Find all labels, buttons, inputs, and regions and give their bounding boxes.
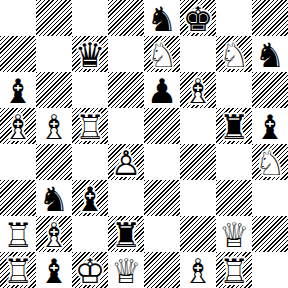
piece-black-bishop: ♝ bbox=[252, 108, 288, 144]
piece-white-queen: ♕ bbox=[108, 252, 144, 288]
square-d2[interactable]: ♜♜ bbox=[108, 216, 144, 252]
piece-black-knight: ♞ bbox=[144, 0, 180, 36]
square-f6[interactable]: ♝♗ bbox=[180, 72, 216, 108]
square-g2[interactable]: ♛♕ bbox=[216, 216, 252, 252]
square-a8[interactable] bbox=[0, 0, 36, 36]
square-c1[interactable]: ♚♔ bbox=[72, 252, 108, 288]
piece-white-bishop: ♗ bbox=[36, 108, 72, 144]
piece-white-rook: ♖ bbox=[216, 252, 252, 288]
square-g7[interactable]: ♞♘ bbox=[216, 36, 252, 72]
square-e8[interactable]: ♞♞ bbox=[144, 0, 180, 36]
square-e6[interactable]: ♟♟ bbox=[144, 72, 180, 108]
square-e3[interactable] bbox=[144, 180, 180, 216]
square-h5[interactable]: ♝♝ bbox=[252, 108, 288, 144]
square-b2[interactable]: ♝♗ bbox=[36, 216, 72, 252]
square-d4[interactable]: ♟♙ bbox=[108, 144, 144, 180]
piece-white-rook: ♖ bbox=[72, 108, 108, 144]
piece-white-knight: ♘ bbox=[252, 144, 288, 180]
square-c4[interactable] bbox=[72, 144, 108, 180]
piece-black-knight: ♞ bbox=[252, 36, 288, 72]
square-b8[interactable] bbox=[36, 0, 72, 36]
piece-black-rook: ♜ bbox=[108, 216, 144, 252]
square-h4[interactable]: ♞♘ bbox=[252, 144, 288, 180]
square-a4[interactable] bbox=[0, 144, 36, 180]
square-g3[interactable] bbox=[216, 180, 252, 216]
square-c2[interactable] bbox=[72, 216, 108, 252]
square-a7[interactable] bbox=[0, 36, 36, 72]
square-h2[interactable] bbox=[252, 216, 288, 252]
piece-white-bishop: ♗ bbox=[180, 252, 216, 288]
square-g4[interactable] bbox=[216, 144, 252, 180]
square-c3[interactable]: ♝♝ bbox=[72, 180, 108, 216]
square-g8[interactable] bbox=[216, 0, 252, 36]
square-h3[interactable] bbox=[252, 180, 288, 216]
piece-white-pawn: ♙ bbox=[108, 144, 144, 180]
piece-white-bishop: ♗ bbox=[36, 216, 72, 252]
piece-white-rook: ♖ bbox=[0, 252, 36, 288]
square-e7[interactable]: ♞♘ bbox=[144, 36, 180, 72]
square-d8[interactable] bbox=[108, 0, 144, 36]
square-b3[interactable]: ♞♞ bbox=[36, 180, 72, 216]
piece-black-queen: ♛ bbox=[72, 36, 108, 72]
piece-black-rook: ♜ bbox=[216, 108, 252, 144]
square-c8[interactable] bbox=[72, 0, 108, 36]
square-g6[interactable] bbox=[216, 72, 252, 108]
square-d5[interactable] bbox=[108, 108, 144, 144]
square-a6[interactable]: ♝♝ bbox=[0, 72, 36, 108]
piece-white-king: ♔ bbox=[72, 252, 108, 288]
square-b4[interactable] bbox=[36, 144, 72, 180]
square-h8[interactable] bbox=[252, 0, 288, 36]
square-f8[interactable]: ♚♚ bbox=[180, 0, 216, 36]
square-a2[interactable]: ♜♖ bbox=[0, 216, 36, 252]
square-b5[interactable]: ♝♗ bbox=[36, 108, 72, 144]
piece-white-queen: ♕ bbox=[216, 216, 252, 252]
square-a3[interactable] bbox=[0, 180, 36, 216]
square-c7[interactable]: ♛♛ bbox=[72, 36, 108, 72]
piece-black-bishop: ♝ bbox=[0, 72, 36, 108]
piece-black-king: ♚ bbox=[180, 0, 216, 36]
square-f4[interactable] bbox=[180, 144, 216, 180]
square-e5[interactable] bbox=[144, 108, 180, 144]
square-h7[interactable]: ♞♞ bbox=[252, 36, 288, 72]
piece-white-bishop: ♗ bbox=[180, 72, 216, 108]
piece-white-knight: ♘ bbox=[144, 36, 180, 72]
piece-black-knight: ♞ bbox=[36, 180, 72, 216]
square-h1[interactable] bbox=[252, 252, 288, 288]
square-c5[interactable]: ♜♖ bbox=[72, 108, 108, 144]
square-g1[interactable]: ♜♖ bbox=[216, 252, 252, 288]
square-e2[interactable] bbox=[144, 216, 180, 252]
piece-white-rook: ♖ bbox=[0, 216, 36, 252]
piece-white-knight: ♘ bbox=[216, 36, 252, 72]
square-b1[interactable]: ♝♝ bbox=[36, 252, 72, 288]
square-f2[interactable] bbox=[180, 216, 216, 252]
square-f7[interactable] bbox=[180, 36, 216, 72]
square-a5[interactable]: ♝♗ bbox=[0, 108, 36, 144]
square-f3[interactable] bbox=[180, 180, 216, 216]
piece-black-bishop: ♝ bbox=[36, 252, 72, 288]
square-f1[interactable]: ♝♗ bbox=[180, 252, 216, 288]
square-d3[interactable] bbox=[108, 180, 144, 216]
piece-black-bishop: ♝ bbox=[72, 180, 108, 216]
square-e4[interactable] bbox=[144, 144, 180, 180]
chess-board: ♞♞♚♚♛♛♞♘♞♘♞♞♝♝♟♟♝♗♝♗♝♗♜♖♜♜♝♝♟♙♞♘♞♞♝♝♜♖♝♗… bbox=[0, 0, 288, 288]
square-h6[interactable] bbox=[252, 72, 288, 108]
square-b6[interactable] bbox=[36, 72, 72, 108]
square-c6[interactable] bbox=[72, 72, 108, 108]
square-b7[interactable] bbox=[36, 36, 72, 72]
piece-white-bishop: ♗ bbox=[0, 108, 36, 144]
square-a1[interactable]: ♜♖ bbox=[0, 252, 36, 288]
square-d1[interactable]: ♛♕ bbox=[108, 252, 144, 288]
square-d7[interactable] bbox=[108, 36, 144, 72]
square-f5[interactable] bbox=[180, 108, 216, 144]
square-g5[interactable]: ♜♜ bbox=[216, 108, 252, 144]
square-d6[interactable] bbox=[108, 72, 144, 108]
square-e1[interactable] bbox=[144, 252, 180, 288]
piece-black-pawn: ♟ bbox=[144, 72, 180, 108]
